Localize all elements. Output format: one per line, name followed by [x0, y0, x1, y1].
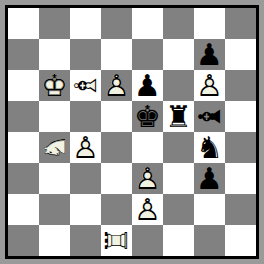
piece-black-bishop[interactable]: ♝	[194, 101, 225, 132]
piece-white-king[interactable]: ♚♔	[39, 70, 70, 101]
square-e3[interactable]: ♟♙	[132, 163, 163, 194]
square-g8[interactable]	[194, 8, 225, 39]
square-e1[interactable]	[132, 225, 163, 256]
square-b7[interactable]	[39, 39, 70, 70]
square-e2[interactable]: ♟♙	[132, 194, 163, 225]
piece-black-pawn[interactable]: ♟	[194, 39, 225, 70]
square-c2[interactable]	[70, 194, 101, 225]
square-h2[interactable]	[225, 194, 256, 225]
square-h7[interactable]	[225, 39, 256, 70]
square-c1[interactable]	[70, 225, 101, 256]
square-f2[interactable]	[163, 194, 194, 225]
square-g2[interactable]	[194, 194, 225, 225]
square-h4[interactable]	[225, 132, 256, 163]
piece-white-pawn[interactable]: ♟♙	[132, 194, 163, 225]
square-b3[interactable]	[39, 163, 70, 194]
square-b6[interactable]: ♚♔	[39, 70, 70, 101]
white-pawn-icon: ♙	[101, 70, 132, 101]
piece-black-knight[interactable]: ♞	[194, 132, 225, 163]
square-b4[interactable]: ♞♘	[39, 132, 70, 163]
piece-white-pawn[interactable]: ♟♙	[132, 163, 163, 194]
white-knight-icon: ♘	[39, 132, 70, 163]
square-a5[interactable]	[8, 101, 39, 132]
square-b8[interactable]	[39, 8, 70, 39]
square-f8[interactable]	[163, 8, 194, 39]
square-d6[interactable]: ♟♙	[101, 70, 132, 101]
square-a3[interactable]	[8, 163, 39, 194]
square-c4[interactable]: ♟♙	[70, 132, 101, 163]
piece-white-pawn[interactable]: ♟♙	[194, 70, 225, 101]
white-pawn-icon: ♙	[194, 70, 225, 101]
square-d4[interactable]	[101, 132, 132, 163]
piece-black-king[interactable]: ♚	[132, 101, 163, 132]
white-bishop-icon: ♗	[70, 70, 101, 101]
square-c7[interactable]	[70, 39, 101, 70]
white-pawn-icon: ♙	[132, 194, 163, 225]
square-c5[interactable]	[70, 101, 101, 132]
square-c6[interactable]: ♝♗	[70, 70, 101, 101]
white-pawn-icon: ♙	[70, 132, 101, 163]
square-g4[interactable]: ♞	[194, 132, 225, 163]
white-pawn-icon: ♙	[132, 163, 163, 194]
square-h5[interactable]	[225, 101, 256, 132]
square-b1[interactable]	[39, 225, 70, 256]
square-d2[interactable]	[101, 194, 132, 225]
square-g3[interactable]: ♟	[194, 163, 225, 194]
white-rook-icon: ♖	[101, 225, 132, 256]
square-f1[interactable]	[163, 225, 194, 256]
square-f3[interactable]	[163, 163, 194, 194]
square-h3[interactable]	[225, 163, 256, 194]
square-d7[interactable]	[101, 39, 132, 70]
square-d1[interactable]: ♜♖	[101, 225, 132, 256]
square-c8[interactable]	[70, 8, 101, 39]
square-e5[interactable]: ♚	[132, 101, 163, 132]
square-a7[interactable]	[8, 39, 39, 70]
square-c3[interactable]	[70, 163, 101, 194]
square-f7[interactable]	[163, 39, 194, 70]
square-h1[interactable]	[225, 225, 256, 256]
square-a2[interactable]	[8, 194, 39, 225]
square-d5[interactable]	[101, 101, 132, 132]
piece-white-knight[interactable]: ♞♘	[39, 132, 70, 163]
square-e6[interactable]: ♟	[132, 70, 163, 101]
piece-white-pawn[interactable]: ♟♙	[70, 132, 101, 163]
square-g7[interactable]: ♟	[194, 39, 225, 70]
square-h6[interactable]	[225, 70, 256, 101]
square-a6[interactable]	[8, 70, 39, 101]
square-e8[interactable]	[132, 8, 163, 39]
square-h8[interactable]	[225, 8, 256, 39]
piece-black-pawn[interactable]: ♟	[132, 70, 163, 101]
piece-white-pawn[interactable]: ♟♙	[101, 70, 132, 101]
piece-black-rook[interactable]: ♜	[163, 101, 194, 132]
square-g5[interactable]: ♝	[194, 101, 225, 132]
square-g1[interactable]	[194, 225, 225, 256]
piece-black-pawn[interactable]: ♟	[194, 163, 225, 194]
square-a4[interactable]	[8, 132, 39, 163]
square-a8[interactable]	[8, 8, 39, 39]
piece-white-rook[interactable]: ♜♖	[101, 225, 132, 256]
board-frame: ♟♚♔♝♗♟♙♟♟♙♚♜♝♞♘♟♙♞♟♙♟♟♙♜♖	[0, 0, 264, 264]
square-a1[interactable]	[8, 225, 39, 256]
square-f5[interactable]: ♜	[163, 101, 194, 132]
piece-white-bishop[interactable]: ♝♗	[70, 70, 101, 101]
square-d3[interactable]	[101, 163, 132, 194]
square-b2[interactable]	[39, 194, 70, 225]
square-b5[interactable]	[39, 101, 70, 132]
square-f6[interactable]	[163, 70, 194, 101]
square-e7[interactable]	[132, 39, 163, 70]
white-king-icon: ♔	[39, 70, 70, 101]
square-g6[interactable]: ♟♙	[194, 70, 225, 101]
chess-board: ♟♚♔♝♗♟♙♟♟♙♚♜♝♞♘♟♙♞♟♙♟♟♙♜♖	[5, 5, 259, 259]
square-e4[interactable]	[132, 132, 163, 163]
square-d8[interactable]	[101, 8, 132, 39]
square-f4[interactable]	[163, 132, 194, 163]
